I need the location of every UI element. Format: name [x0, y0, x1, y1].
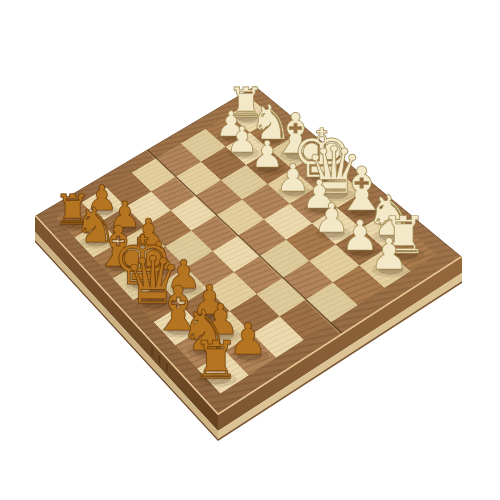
chess-set-product-photo: ♜♟♞♟♝♟♚♟♛♟♟♝♜♟♟♞♞♟♟♜♝♟♟♚♟♛♟♝♟♞♟♜: [0, 0, 500, 500]
